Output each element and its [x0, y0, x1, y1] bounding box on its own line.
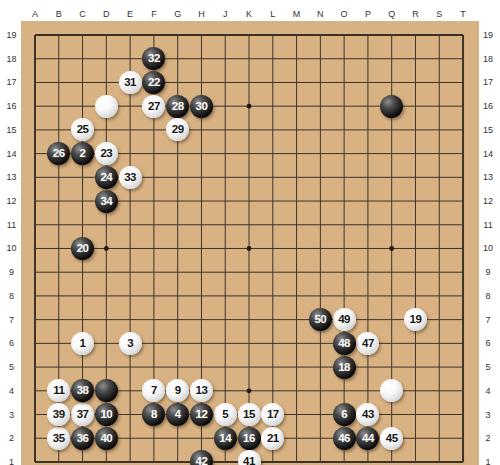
row-label-left: 5: [9, 363, 14, 372]
column-label: C: [79, 9, 86, 18]
column-label: D: [103, 9, 110, 18]
row-label-right: 15: [483, 125, 493, 134]
column-label: A: [32, 9, 38, 18]
stone-black-o2: 46: [333, 427, 356, 450]
row-label-left: 8: [9, 291, 14, 300]
row-label-left: 13: [6, 173, 16, 182]
stone-black-d3: 10: [95, 403, 118, 426]
stone-black-o6: 48: [333, 332, 356, 355]
column-label: F: [151, 9, 157, 18]
stone-black-h3: 12: [190, 403, 213, 426]
row-label-left: 3: [9, 410, 14, 419]
stone-black-c2: 36: [71, 427, 94, 450]
stone-black-d12: 34: [95, 190, 118, 213]
column-label: G: [174, 9, 181, 18]
column-label: B: [56, 9, 62, 18]
stone-black-j2: 14: [214, 427, 237, 450]
column-label: O: [341, 9, 348, 18]
stone-white-o7: 49: [333, 308, 356, 331]
column-label: T: [460, 9, 466, 18]
stone-black-p2: 44: [356, 427, 379, 450]
row-label-right: 8: [485, 291, 490, 300]
stone-white-c3: 37: [71, 403, 94, 426]
row-label-right: 9: [485, 268, 490, 277]
stone-black-d4: [95, 379, 118, 402]
column-label: N: [317, 9, 324, 18]
row-label-right: 5: [485, 363, 490, 372]
column-label: J: [223, 9, 228, 18]
row-label-right: 12: [483, 197, 493, 206]
row-label-left: 1: [9, 457, 14, 465]
column-label: L: [270, 9, 275, 18]
row-label-left: 14: [6, 149, 16, 158]
row-label-left: 10: [6, 244, 16, 253]
row-label-left: 19: [6, 31, 16, 40]
row-label-right: 4: [485, 386, 490, 395]
row-label-left: 16: [6, 102, 16, 111]
row-label-right: 16: [483, 102, 493, 111]
row-label-right: 6: [485, 339, 490, 348]
star-point: [247, 246, 252, 251]
row-label-left: 15: [6, 125, 16, 134]
row-label-right: 18: [483, 54, 493, 63]
column-label: Q: [388, 9, 395, 18]
column-label: K: [246, 9, 252, 18]
stone-white-l2: 21: [261, 427, 284, 450]
row-label-right: 17: [483, 78, 493, 87]
column-label: P: [365, 9, 371, 18]
row-label-right: 3: [485, 410, 490, 419]
stone-black-n7: 50: [309, 308, 332, 331]
column-label: S: [436, 9, 442, 18]
stone-black-d13: 24: [95, 166, 118, 189]
stone-white-b2: 35: [47, 427, 70, 450]
stone-white-f16: 27: [142, 95, 165, 118]
stone-black-g16: 28: [166, 95, 189, 118]
column-label: E: [127, 9, 133, 18]
column-label: R: [412, 9, 419, 18]
row-label-right: 11: [483, 220, 492, 229]
stone-white-q2: 45: [380, 427, 403, 450]
row-label-left: 17: [6, 78, 16, 87]
row-label-right: 1: [485, 457, 490, 465]
stone-white-d14: 23: [95, 142, 118, 165]
go-diagram: ABCDEFGHJKLMNOPQRST191918181717161615151…: [0, 0, 500, 465]
stone-white-k1: 41: [238, 450, 261, 465]
row-label-left: 9: [9, 268, 14, 277]
stone-white-j3: 5: [214, 403, 237, 426]
row-label-left: 7: [9, 315, 14, 324]
row-label-left: 2: [9, 434, 14, 443]
stone-white-r7: 19: [404, 308, 427, 331]
stone-white-c6: 1: [71, 332, 94, 355]
row-label-right: 19: [483, 31, 493, 40]
row-label-left: 12: [6, 197, 16, 206]
stone-black-h16: 30: [190, 95, 213, 118]
star-point: [247, 104, 252, 109]
row-label-left: 11: [7, 220, 16, 229]
stone-white-k3: 15: [238, 403, 261, 426]
stone-black-d2: 40: [95, 427, 118, 450]
star-point: [247, 388, 252, 393]
row-label-left: 4: [9, 386, 14, 395]
row-label-right: 13: [483, 173, 493, 182]
stone-black-o5: 18: [333, 356, 356, 379]
stone-white-d16: [95, 95, 118, 118]
column-label: M: [293, 9, 301, 18]
row-label-right: 2: [485, 434, 490, 443]
row-label-left: 6: [9, 339, 14, 348]
stone-white-e6: 3: [119, 332, 142, 355]
star-point: [104, 246, 109, 251]
row-label-right: 14: [483, 149, 493, 158]
stone-black-o3: 6: [333, 403, 356, 426]
column-label: H: [198, 9, 205, 18]
stone-black-c10: 20: [71, 237, 94, 260]
star-point: [389, 246, 394, 251]
stone-white-e13: 33: [119, 166, 142, 189]
stone-black-h1: 42: [190, 450, 213, 465]
row-label-right: 7: [485, 315, 490, 324]
stone-white-e17: 31: [119, 71, 142, 94]
stone-black-q16: [380, 95, 403, 118]
stone-black-k2: 16: [238, 427, 261, 450]
row-label-left: 18: [6, 54, 16, 63]
row-label-right: 10: [483, 244, 493, 253]
stone-black-c14: 2: [71, 142, 94, 165]
